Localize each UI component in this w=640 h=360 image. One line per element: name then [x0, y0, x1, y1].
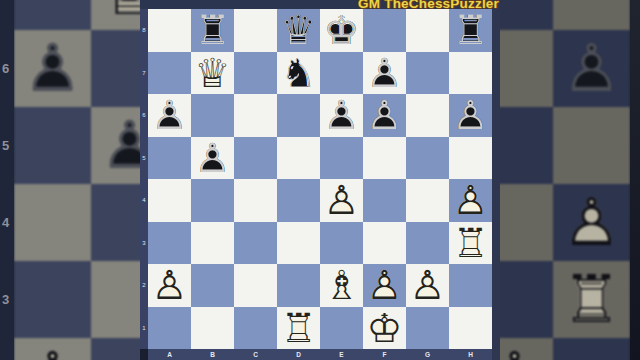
- piece-white-pawn[interactable]: ♟♙: [406, 264, 449, 307]
- piece-black-pawn[interactable]: ♟♙: [363, 52, 406, 95]
- rank-label-4: 4: [140, 179, 148, 222]
- bg-square-b7: ♛♕: [91, 0, 140, 30]
- piece-glyph-outline: ♕: [277, 9, 320, 52]
- square-h7[interactable]: [449, 52, 492, 95]
- bg-square-g4: [500, 184, 553, 261]
- rank-labels: 87654321: [140, 9, 148, 349]
- square-g6[interactable]: [406, 94, 449, 137]
- rank-label-6: 6: [140, 94, 148, 137]
- background-piece-white-pawn: ♟♙: [14, 338, 91, 360]
- square-a6[interactable]: ♟♙: [148, 94, 191, 137]
- background-board-right: ♟♙♟♙♜♖♟♙: [500, 0, 640, 360]
- rank-label-1: 1: [140, 307, 148, 350]
- piece-glyph-outline: ♖: [277, 307, 320, 350]
- piece-glyph-outline: ♖: [449, 9, 492, 52]
- square-e2[interactable]: ♝♗: [320, 264, 363, 307]
- square-f1[interactable]: ♚♔: [363, 307, 406, 350]
- rank-label-8: 8: [140, 9, 148, 52]
- piece-white-pawn[interactable]: ♟♙: [363, 264, 406, 307]
- background-piece-white-queen: ♛♕: [91, 0, 140, 30]
- piece-white-rook[interactable]: ♜♖: [449, 222, 492, 265]
- piece-glyph-outline: ♙: [553, 184, 630, 261]
- square-b1[interactable]: [191, 307, 234, 350]
- piece-glyph-outline: ♗: [320, 264, 363, 307]
- square-b5[interactable]: ♟♙: [191, 137, 234, 180]
- square-e4[interactable]: ♟♙: [320, 179, 363, 222]
- bg-square-b4: [91, 184, 140, 261]
- piece-glyph-outline: ♙: [320, 179, 363, 222]
- square-g3[interactable]: [406, 222, 449, 265]
- square-a1[interactable]: [148, 307, 191, 350]
- piece-glyph-outline: ♙: [363, 264, 406, 307]
- bg-square-a6: ♟♙: [14, 30, 91, 107]
- background-board-left: ♛♕♟♙♟♙♟♙ 6543: [0, 0, 140, 360]
- piece-white-rook[interactable]: ♜♖: [277, 307, 320, 350]
- piece-glyph-outline: ♙: [449, 94, 492, 137]
- bg-square-h6: ♟♙: [553, 30, 630, 107]
- square-b7[interactable]: ♛♕: [191, 52, 234, 95]
- background-piece-black-pawn: ♟♙: [553, 30, 630, 107]
- piece-black-pawn[interactable]: ♟♙: [148, 94, 191, 137]
- square-d4[interactable]: [277, 179, 320, 222]
- square-g7[interactable]: [406, 52, 449, 95]
- piece-glyph-outline: ♙: [91, 107, 140, 184]
- bg-square-h5: [553, 107, 630, 184]
- piece-black-rook[interactable]: ♜♖: [191, 9, 234, 52]
- square-g1[interactable]: [406, 307, 449, 350]
- channel-watermark: GM TheChessPuzzler: [358, 0, 499, 11]
- video-frame: ♛♕♟♙♟♙♟♙ 6543 ♟♙♟♙♜♖♟♙ 87654321 ♜♖♛♕♚♔♜♖…: [0, 0, 640, 360]
- rank-label-2: 2: [140, 264, 148, 307]
- bg-square-a2: ♟♙: [14, 338, 91, 360]
- piece-white-pawn[interactable]: ♟♙: [449, 179, 492, 222]
- square-c5[interactable]: [234, 137, 277, 180]
- square-d6[interactable]: [277, 94, 320, 137]
- piece-black-king[interactable]: ♚♔: [320, 9, 363, 52]
- piece-glyph-outline: ♙: [406, 264, 449, 307]
- square-h8[interactable]: ♜♖: [449, 9, 492, 52]
- piece-black-pawn[interactable]: ♟♙: [363, 94, 406, 137]
- square-d3[interactable]: [277, 222, 320, 265]
- square-d1[interactable]: ♜♖: [277, 307, 320, 350]
- square-h5[interactable]: [449, 137, 492, 180]
- background-piece-white-rook: ♜♖: [553, 261, 630, 338]
- bg-square-h3: ♜♖: [553, 261, 630, 338]
- rank-label-7: 7: [140, 52, 148, 95]
- bg-square-b2: [91, 338, 140, 360]
- bg-square-b3: [91, 261, 140, 338]
- file-label-g: G: [406, 349, 449, 360]
- square-b3[interactable]: [191, 222, 234, 265]
- rank-label-5: 5: [140, 137, 148, 180]
- file-label-e: E: [320, 349, 363, 360]
- board-right-border: [492, 0, 500, 360]
- square-a2[interactable]: ♟♙: [148, 264, 191, 307]
- piece-black-rook[interactable]: ♜♖: [449, 9, 492, 52]
- piece-glyph-outline: ♖: [553, 261, 630, 338]
- background-right-edge: [630, 0, 640, 360]
- square-e7[interactable]: [320, 52, 363, 95]
- square-g2[interactable]: ♟♙: [406, 264, 449, 307]
- piece-black-pawn[interactable]: ♟♙: [191, 137, 234, 180]
- piece-glyph-outline: ♔: [363, 307, 406, 350]
- piece-white-queen[interactable]: ♛♕: [191, 52, 234, 95]
- square-h3[interactable]: ♜♖: [449, 222, 492, 265]
- bg-square-g7: [500, 0, 553, 30]
- file-label-c: C: [234, 349, 277, 360]
- file-label-h: H: [449, 349, 492, 360]
- square-g4[interactable]: [406, 179, 449, 222]
- piece-black-pawn[interactable]: ♟♙: [449, 94, 492, 137]
- square-a7[interactable]: [148, 52, 191, 95]
- square-c3[interactable]: [234, 222, 277, 265]
- square-h6[interactable]: ♟♙: [449, 94, 492, 137]
- piece-glyph-outline: ♙: [148, 264, 191, 307]
- bg-square-h2: [553, 338, 630, 360]
- square-f2[interactable]: ♟♙: [363, 264, 406, 307]
- square-e6[interactable]: ♟♙: [320, 94, 363, 137]
- bg-square-g2: ♟♙: [500, 338, 553, 360]
- square-a3[interactable]: [148, 222, 191, 265]
- square-b2[interactable]: [191, 264, 234, 307]
- square-f4[interactable]: [363, 179, 406, 222]
- bg-square-a3: [14, 261, 91, 338]
- square-d7[interactable]: ♞♘: [277, 52, 320, 95]
- square-d8[interactable]: ♛♕: [277, 9, 320, 52]
- piece-glyph-outline: ♙: [14, 30, 91, 107]
- bg-rank-label-5: 5: [2, 138, 9, 153]
- bg-square-h7: [553, 0, 630, 30]
- square-b4[interactable]: [191, 179, 234, 222]
- piece-white-bishop[interactable]: ♝♗: [320, 264, 363, 307]
- piece-glyph-outline: ♙: [500, 338, 553, 360]
- piece-glyph-outline: ♙: [553, 30, 630, 107]
- bg-rank-label-3: 3: [2, 292, 9, 307]
- square-b8[interactable]: ♜♖: [191, 9, 234, 52]
- square-h2[interactable]: [449, 264, 492, 307]
- square-b6[interactable]: [191, 94, 234, 137]
- square-g8[interactable]: [406, 9, 449, 52]
- square-c7[interactable]: [234, 52, 277, 95]
- rank-label-3: 3: [140, 222, 148, 265]
- square-g5[interactable]: [406, 137, 449, 180]
- bg-square-a7: [14, 0, 91, 30]
- piece-glyph-outline: ♙: [191, 137, 234, 180]
- background-piece-white-pawn: ♟♙: [553, 184, 630, 261]
- piece-white-pawn[interactable]: ♟♙: [320, 179, 363, 222]
- bg-rank-label-6: 6: [2, 61, 9, 76]
- square-c2[interactable]: [234, 264, 277, 307]
- piece-white-king[interactable]: ♚♔: [363, 307, 406, 350]
- background-piece-black-pawn: ♟♙: [91, 107, 140, 184]
- bg-square-a5: [14, 107, 91, 184]
- chess-board: 87654321 ♜♖♛♕♚♔♜♖♛♕♞♘♟♙♟♙♟♙♟♙♟♙♟♙♟♙♟♙♜♖♟…: [140, 0, 492, 360]
- bg-square-b6: [91, 30, 140, 107]
- square-c6[interactable]: [234, 94, 277, 137]
- piece-glyph-outline: ♙: [363, 52, 406, 95]
- square-c4[interactable]: [234, 179, 277, 222]
- piece-glyph-outline: ♙: [320, 94, 363, 137]
- piece-white-pawn[interactable]: ♟♙: [148, 264, 191, 307]
- piece-glyph-outline: ♙: [148, 94, 191, 137]
- square-h1[interactable]: [449, 307, 492, 350]
- piece-glyph-outline: ♘: [277, 52, 320, 95]
- bg-square-g6: [500, 30, 553, 107]
- square-e8[interactable]: ♚♔: [320, 9, 363, 52]
- file-label-a: A: [148, 349, 191, 360]
- square-e3[interactable]: [320, 222, 363, 265]
- piece-black-queen[interactable]: ♛♕: [277, 9, 320, 52]
- square-c8[interactable]: [234, 9, 277, 52]
- background-piece-white-pawn: ♟♙: [500, 338, 553, 360]
- file-labels: ABCDEFGH: [148, 349, 492, 360]
- square-f7[interactable]: ♟♙: [363, 52, 406, 95]
- board-grid: ♜♖♛♕♚♔♜♖♛♕♞♘♟♙♟♙♟♙♟♙♟♙♟♙♟♙♟♙♜♖♟♙♝♗♟♙♟♙♜♖…: [148, 9, 492, 349]
- square-f8[interactable]: [363, 9, 406, 52]
- piece-glyph-outline: ♙: [363, 94, 406, 137]
- background-rank-strip: 6543: [0, 0, 14, 360]
- square-c1[interactable]: [234, 307, 277, 350]
- bg-square-h4: ♟♙: [553, 184, 630, 261]
- square-a5[interactable]: [148, 137, 191, 180]
- background-piece-black-pawn: ♟♙: [14, 30, 91, 107]
- square-e5[interactable]: [320, 137, 363, 180]
- square-a4[interactable]: [148, 179, 191, 222]
- piece-glyph-outline: ♖: [449, 222, 492, 265]
- file-label-b: B: [191, 349, 234, 360]
- piece-black-pawn[interactable]: ♟♙: [320, 94, 363, 137]
- square-d2[interactable]: [277, 264, 320, 307]
- bg-square-a4: [14, 184, 91, 261]
- bg-square-b5: ♟♙: [91, 107, 140, 184]
- bg-square-g5: [500, 107, 553, 184]
- piece-glyph-outline: ♙: [449, 179, 492, 222]
- square-f3[interactable]: [363, 222, 406, 265]
- square-e1[interactable]: [320, 307, 363, 350]
- piece-black-knight[interactable]: ♞♘: [277, 52, 320, 95]
- square-f5[interactable]: [363, 137, 406, 180]
- bg-rank-label-4: 4: [2, 215, 9, 230]
- square-h4[interactable]: ♟♙: [449, 179, 492, 222]
- square-d5[interactable]: [277, 137, 320, 180]
- square-f6[interactable]: ♟♙: [363, 94, 406, 137]
- piece-glyph-outline: ♙: [14, 338, 91, 360]
- bg-square-g3: [500, 261, 553, 338]
- piece-glyph-outline: ♕: [91, 0, 140, 30]
- piece-glyph-outline: ♖: [191, 9, 234, 52]
- piece-glyph-outline: ♕: [191, 52, 234, 95]
- piece-glyph-outline: ♔: [320, 9, 363, 52]
- square-a8[interactable]: [148, 9, 191, 52]
